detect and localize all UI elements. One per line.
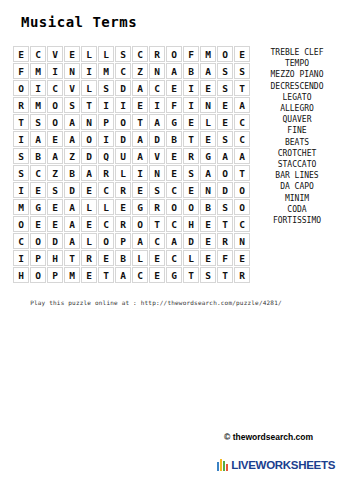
grid-cell[interactable]: I	[149, 97, 165, 113]
grid-cell[interactable]: T	[13, 114, 29, 130]
grid-cell[interactable]: E	[200, 250, 216, 266]
grid-cell[interactable]: S	[149, 182, 165, 198]
grid-cell[interactable]: L	[81, 233, 97, 249]
grid-cell[interactable]: T	[183, 267, 199, 283]
grid-cell[interactable]: A	[166, 63, 182, 79]
grid-cell[interactable]: E	[166, 165, 182, 181]
grid-cell[interactable]: C	[234, 131, 250, 147]
grid-cell[interactable]: T	[234, 165, 250, 181]
grid-cell[interactable]: F	[166, 97, 182, 113]
grid-cell[interactable]: R	[115, 216, 131, 232]
grid-cell[interactable]: C	[30, 46, 46, 62]
grid-cell[interactable]: N	[149, 165, 165, 181]
grid-cell[interactable]: E	[30, 216, 46, 232]
puzzle-title: Musical Terms	[21, 14, 137, 30]
grid-cell[interactable]: G	[166, 267, 182, 283]
grid-cell[interactable]: I	[115, 97, 131, 113]
grid-cell[interactable]: C	[115, 63, 131, 79]
grid-cell[interactable]: C	[98, 182, 114, 198]
grid-cell[interactable]: S	[183, 165, 199, 181]
grid-cell[interactable]: P	[115, 233, 131, 249]
grid-cell[interactable]: I	[81, 63, 97, 79]
grid-cell[interactable]: D	[64, 182, 80, 198]
grid-cell[interactable]: L	[200, 114, 216, 130]
grid-cell[interactable]: S	[98, 80, 114, 96]
grid-cell[interactable]: R	[115, 182, 131, 198]
grid-cell[interactable]: O	[234, 182, 250, 198]
grid-cell[interactable]: E	[47, 199, 63, 215]
grid-cell[interactable]: R	[217, 233, 233, 249]
grid-cell[interactable]: I	[132, 165, 148, 181]
grid-cell[interactable]: R	[149, 46, 165, 62]
grid-cell[interactable]: C	[13, 233, 29, 249]
grid-cell[interactable]: A	[64, 114, 80, 130]
worksheet-page: Musical Terms ECVELLSCROFMOEFMINIMCZNABA…	[0, 0, 340, 480]
word-list-item: TEMPO	[254, 58, 340, 69]
word-list-item: FINE	[254, 125, 340, 136]
grid-cell[interactable]: E	[47, 216, 63, 232]
grid-cell[interactable]: V	[149, 148, 165, 164]
grid-cell[interactable]: G	[200, 148, 216, 164]
grid-cell[interactable]: B	[30, 148, 46, 164]
liveworksheets-icon	[217, 459, 229, 471]
grid-cell[interactable]: P	[98, 114, 114, 130]
grid-cell[interactable]: S	[47, 182, 63, 198]
grid-cell[interactable]: A	[115, 267, 131, 283]
grid-cell[interactable]: S	[115, 46, 131, 62]
grid-cell[interactable]: A	[81, 165, 97, 181]
grid-cell[interactable]: O	[183, 199, 199, 215]
grid-cell[interactable]: L	[81, 46, 97, 62]
grid-cell[interactable]: A	[234, 97, 250, 113]
grid-cell[interactable]: I	[13, 131, 29, 147]
grid-cell[interactable]: G	[30, 199, 46, 215]
grid-cell[interactable]: C	[234, 216, 250, 232]
play-online-text: Play this puzzle online at : http://thew…	[13, 299, 299, 306]
grid-cell[interactable]: C	[149, 80, 165, 96]
grid-cell[interactable]: T	[132, 114, 148, 130]
grid-cell[interactable]: N	[64, 63, 80, 79]
grid-cell[interactable]: L	[81, 199, 97, 215]
grid-cell[interactable]: B	[183, 63, 199, 79]
grid-cell[interactable]: R	[98, 165, 114, 181]
grid-cell[interactable]: P	[47, 267, 63, 283]
grid-cell[interactable]: S	[30, 114, 46, 130]
word-list-item: BAR LINES	[254, 170, 340, 181]
grid-cell[interactable]: N	[234, 233, 250, 249]
word-list-item: BEATS	[254, 137, 340, 148]
grid-cell[interactable]: S	[217, 131, 233, 147]
grid-cell[interactable]: F	[217, 250, 233, 266]
grid-cell[interactable]: A	[47, 148, 63, 164]
grid-cell[interactable]: O	[217, 46, 233, 62]
grid-cell[interactable]: A	[64, 199, 80, 215]
grid-cell[interactable]: L	[183, 250, 199, 266]
word-list-item: STACCATO	[254, 159, 340, 170]
grid-cell[interactable]: O	[115, 114, 131, 130]
grid-cell[interactable]: L	[81, 80, 97, 96]
grid-cell[interactable]: M	[64, 267, 80, 283]
grid-cell[interactable]: E	[149, 250, 165, 266]
grid-cell[interactable]: E	[132, 97, 148, 113]
grid-cell[interactable]: Z	[47, 165, 63, 181]
grid-cell[interactable]: H	[13, 267, 29, 283]
grid-cell[interactable]: T	[64, 250, 80, 266]
grid-cell[interactable]: Z	[132, 63, 148, 79]
word-list-item: LEGATO	[254, 92, 340, 103]
copyright-text: © thewordsearch.com	[224, 432, 313, 442]
grid-cell[interactable]: G	[132, 199, 148, 215]
word-list-item: CROTCHET	[254, 148, 340, 159]
grid-cell[interactable]: M	[13, 199, 29, 215]
grid-cell[interactable]: B	[64, 165, 80, 181]
grid-cell[interactable]: H	[47, 250, 63, 266]
grid-cell[interactable]: O	[13, 216, 29, 232]
word-list-item: DECRESCENDO	[254, 81, 340, 92]
grid-cell[interactable]: G	[166, 114, 182, 130]
grid-cell[interactable]: N	[149, 63, 165, 79]
grid-cell[interactable]: E	[200, 80, 216, 96]
word-list-item: MINIM	[254, 193, 340, 204]
grid-cell[interactable]: V	[64, 80, 80, 96]
grid-cell[interactable]: C	[132, 46, 148, 62]
grid-cell[interactable]: E	[81, 267, 97, 283]
grid-cell[interactable]: E	[115, 199, 131, 215]
word-list-item: FORTISSIMO	[254, 215, 340, 226]
grid-cell[interactable]: C	[149, 233, 165, 249]
grid-cell[interactable]: O	[217, 165, 233, 181]
grid-cell[interactable]: R	[183, 148, 199, 164]
grid-cell[interactable]: C	[166, 182, 182, 198]
grid-cell[interactable]: T	[217, 267, 233, 283]
grid-cell[interactable]: A	[200, 165, 216, 181]
liveworksheets-logo[interactable]: LIVEWORKSHEETS	[217, 459, 335, 471]
grid-cell[interactable]: V	[47, 46, 63, 62]
grid-cell[interactable]: E	[217, 114, 233, 130]
grid-cell[interactable]: E	[200, 233, 216, 249]
grid-cell[interactable]: D	[149, 131, 165, 147]
grid-cell[interactable]: R	[149, 199, 165, 215]
grid-cell[interactable]: P	[30, 250, 46, 266]
grid-cell[interactable]: S	[217, 63, 233, 79]
grid-cell[interactable]: A	[200, 63, 216, 79]
grid-cell[interactable]: E	[183, 182, 199, 198]
grid-cell[interactable]: U	[115, 148, 131, 164]
grid-cell[interactable]: A	[217, 148, 233, 164]
grid-cell[interactable]: E	[149, 267, 165, 283]
grid-cell[interactable]: I	[47, 63, 63, 79]
grid-cell[interactable]: R	[13, 97, 29, 113]
grid-cell[interactable]: B	[166, 131, 182, 147]
grid-cell[interactable]: A	[132, 80, 148, 96]
grid-cell[interactable]: N	[200, 182, 216, 198]
grid-cell[interactable]: E	[47, 131, 63, 147]
grid-cell[interactable]: S	[64, 97, 80, 113]
grid-cell[interactable]: O	[81, 131, 97, 147]
grid-cell[interactable]: D	[81, 148, 97, 164]
grid-cell[interactable]: E	[30, 182, 46, 198]
grid-cell[interactable]: I	[98, 97, 114, 113]
grid-cell[interactable]: A	[132, 233, 148, 249]
grid-cell[interactable]: E	[200, 216, 216, 232]
grid-cell[interactable]: Q	[98, 148, 114, 164]
grid-cell[interactable]: S	[234, 63, 250, 79]
grid-cell[interactable]: I	[98, 131, 114, 147]
grid-cell[interactable]: B	[115, 250, 131, 266]
grid-cell[interactable]: T	[98, 267, 114, 283]
word-list-item: ALLEGRO	[254, 103, 340, 114]
grid-cell[interactable]: E	[98, 250, 114, 266]
grid-cell[interactable]: L	[98, 46, 114, 62]
grid-cell[interactable]: H	[183, 216, 199, 232]
grid-cell[interactable]: C	[166, 250, 182, 266]
grid-cell[interactable]: O	[132, 216, 148, 232]
grid-cell[interactable]: A	[166, 233, 182, 249]
grid-cell[interactable]: E	[132, 182, 148, 198]
grid-cell[interactable]: N	[81, 114, 97, 130]
grid-cell[interactable]: O	[166, 46, 182, 62]
grid-cell[interactable]: D	[217, 182, 233, 198]
grid-cell[interactable]: O	[30, 233, 46, 249]
word-list-item: MEZZO PIANO	[254, 69, 340, 80]
grid-cell[interactable]: O	[98, 233, 114, 249]
grid-cell[interactable]: I	[13, 250, 29, 266]
grid-cell[interactable]: O	[234, 199, 250, 215]
word-list-item: QUAVER	[254, 114, 340, 125]
word-list-item: CODA	[254, 204, 340, 215]
grid-cell[interactable]: S	[13, 148, 29, 164]
grid-cell[interactable]: M	[98, 63, 114, 79]
grid-cell[interactable]: S	[217, 80, 233, 96]
grid-cell[interactable]: E	[234, 46, 250, 62]
grid-cell[interactable]: L	[132, 250, 148, 266]
word-list-item: DA CAPO	[254, 181, 340, 192]
grid-cell[interactable]: A	[64, 131, 80, 147]
grid-cell[interactable]: I	[30, 80, 46, 96]
grid-cell[interactable]: C	[234, 114, 250, 130]
grid-cell[interactable]: F	[183, 46, 199, 62]
grid-cell[interactable]: C	[98, 216, 114, 232]
grid-cell[interactable]: E	[234, 250, 250, 266]
grid-cell[interactable]: T	[234, 80, 250, 96]
grid-cell[interactable]: R	[234, 267, 250, 283]
grid-cell[interactable]: D	[115, 80, 131, 96]
grid-cell[interactable]: S	[13, 165, 29, 181]
grid-cell[interactable]: B	[200, 199, 216, 215]
grid-cell[interactable]: O	[30, 267, 46, 283]
grid-cell[interactable]: E	[183, 114, 199, 130]
grid-cell[interactable]: E	[64, 46, 80, 62]
grid-cell[interactable]: A	[64, 233, 80, 249]
grid-cell[interactable]: E	[81, 182, 97, 198]
word-list: TREBLE CLEFTEMPOMEZZO PIANODECRESCENDOLE…	[254, 47, 340, 226]
grid-cell[interactable]: E	[166, 148, 182, 164]
grid-cell[interactable]: O	[166, 199, 182, 215]
grid-cell[interactable]: A	[132, 131, 148, 147]
grid-cell[interactable]: E	[81, 216, 97, 232]
grid-cell[interactable]: C	[132, 267, 148, 283]
word-search-grid: ECVELLSCROFMOEFMINIMCZNABASSOICVLSDACEIE…	[13, 46, 250, 283]
grid-cell[interactable]: M	[30, 97, 46, 113]
liveworksheets-wordmark: LIVEWORKSHEETS	[231, 459, 335, 471]
grid-cell[interactable]: T	[183, 131, 199, 147]
grid-cell[interactable]: O	[13, 80, 29, 96]
grid-cell[interactable]: M	[200, 46, 216, 62]
grid-cell[interactable]: T	[217, 216, 233, 232]
grid-cell[interactable]: R	[81, 250, 97, 266]
grid-cell[interactable]: F	[13, 63, 29, 79]
grid-cell[interactable]: E	[13, 46, 29, 62]
grid-cell[interactable]: D	[47, 233, 63, 249]
grid-cell[interactable]: C	[47, 80, 63, 96]
grid-cell[interactable]: S	[200, 267, 216, 283]
grid-cell[interactable]: I	[183, 97, 199, 113]
grid-cell[interactable]: E	[200, 131, 216, 147]
grid-cell[interactable]: T	[149, 216, 165, 232]
grid-cell[interactable]: O	[47, 114, 63, 130]
grid-cell[interactable]: C	[166, 216, 182, 232]
grid-cell[interactable]: C	[30, 165, 46, 181]
grid-cell[interactable]: A	[149, 114, 165, 130]
grid-cell[interactable]: N	[200, 97, 216, 113]
grid-cell[interactable]: L	[98, 199, 114, 215]
grid-cell[interactable]: I	[13, 182, 29, 198]
grid-cell[interactable]: D	[115, 131, 131, 147]
grid-cell[interactable]: S	[217, 199, 233, 215]
grid-cell[interactable]: M	[30, 63, 46, 79]
grid-cell[interactable]: A	[64, 216, 80, 232]
grid-cell[interactable]: A	[234, 148, 250, 164]
word-list-item: TREBLE CLEF	[254, 47, 340, 58]
grid-cell[interactable]: L	[115, 165, 131, 181]
grid-cell[interactable]: I	[183, 80, 199, 96]
grid-cell[interactable]: A	[132, 148, 148, 164]
grid-cell[interactable]: T	[81, 97, 97, 113]
grid-cell[interactable]: A	[30, 131, 46, 147]
grid-cell[interactable]: Z	[64, 148, 80, 164]
grid-cell[interactable]: E	[217, 97, 233, 113]
grid-cell[interactable]: O	[47, 97, 63, 113]
grid-cell[interactable]: E	[166, 80, 182, 96]
grid-cell[interactable]: D	[183, 233, 199, 249]
